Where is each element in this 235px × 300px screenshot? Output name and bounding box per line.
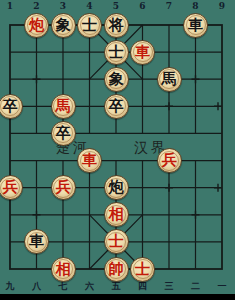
piece-red-士[interactable]: 士 <box>104 229 129 254</box>
piece-glyph: 士 <box>135 262 150 277</box>
piece-red-兵[interactable]: 兵 <box>157 148 182 173</box>
piece-black-卒[interactable]: 卒 <box>51 121 76 146</box>
piece-glyph: 兵 <box>3 180 18 195</box>
piece-red-車[interactable]: 車 <box>77 148 102 173</box>
piece-glyph: 帥 <box>109 262 124 277</box>
piece-glyph: 兵 <box>162 153 177 168</box>
piece-glyph: 馬 <box>162 72 177 87</box>
piece-glyph: 士 <box>82 18 97 33</box>
xiangqi-board: 楚河 汉界 123456789 九八七六五四三二一 炮象士将車士車象馬卒馬卒卒車… <box>0 0 235 300</box>
piece-glyph: 象 <box>56 18 71 33</box>
piece-glyph: 車 <box>135 45 150 60</box>
piece-black-炮[interactable]: 炮 <box>104 175 129 200</box>
piece-glyph: 相 <box>56 262 71 277</box>
piece-glyph: 卒 <box>3 99 18 114</box>
piece-red-兵[interactable]: 兵 <box>0 175 23 200</box>
piece-glyph: 卒 <box>109 99 124 114</box>
piece-glyph: 車 <box>188 18 203 33</box>
piece-red-相[interactable]: 相 <box>104 202 129 227</box>
bottom-bar <box>0 294 235 300</box>
piece-glyph: 相 <box>109 207 124 222</box>
piece-black-象[interactable]: 象 <box>51 13 76 38</box>
piece-black-馬[interactable]: 馬 <box>157 67 182 92</box>
piece-black-車[interactable]: 車 <box>183 13 208 38</box>
piece-black-将[interactable]: 将 <box>104 13 129 38</box>
piece-red-炮[interactable]: 炮 <box>24 13 49 38</box>
piece-glyph: 士 <box>109 45 124 60</box>
piece-red-相[interactable]: 相 <box>51 257 76 282</box>
piece-black-卒[interactable]: 卒 <box>0 94 23 119</box>
piece-glyph: 将 <box>109 18 124 33</box>
piece-glyph: 車 <box>29 234 44 249</box>
piece-black-車[interactable]: 車 <box>24 229 49 254</box>
piece-red-馬[interactable]: 馬 <box>51 94 76 119</box>
piece-red-車[interactable]: 車 <box>130 40 155 65</box>
piece-red-士[interactable]: 士 <box>130 257 155 282</box>
piece-red-帥[interactable]: 帥 <box>104 257 129 282</box>
piece-glyph: 炮 <box>109 180 124 195</box>
piece-glyph: 士 <box>109 234 124 249</box>
piece-glyph: 馬 <box>56 99 71 114</box>
piece-glyph: 兵 <box>56 180 71 195</box>
piece-glyph: 象 <box>109 72 124 87</box>
piece-glyph: 車 <box>82 153 97 168</box>
piece-black-卒[interactable]: 卒 <box>104 94 129 119</box>
piece-red-兵[interactable]: 兵 <box>51 175 76 200</box>
piece-black-象[interactable]: 象 <box>104 67 129 92</box>
piece-black-士[interactable]: 士 <box>104 40 129 65</box>
piece-glyph: 炮 <box>29 18 44 33</box>
pieces-layer: 炮象士将車士車象馬卒馬卒卒車兵兵兵炮相車士相帥士 <box>0 0 235 300</box>
piece-black-士[interactable]: 士 <box>77 13 102 38</box>
piece-glyph: 卒 <box>56 126 71 141</box>
